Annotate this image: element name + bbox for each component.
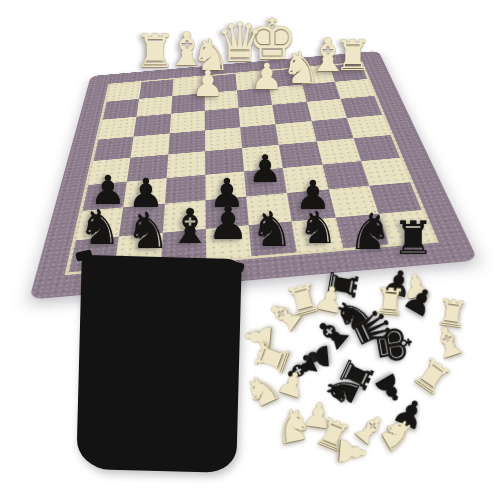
pile-piece-black-pawn: ♟ xyxy=(367,365,413,411)
pile-piece-black-knight: ♞ xyxy=(324,286,380,342)
board-square xyxy=(166,151,205,178)
pile-piece-white-bishop: ♝ xyxy=(256,288,312,344)
piece-white-rook: ♜ xyxy=(132,28,178,74)
pile-piece-black-pawn: ♟ xyxy=(386,390,434,438)
pile-piece-black-knight: ♞ xyxy=(315,363,368,416)
pile-piece-white-rook: ♜ xyxy=(279,276,328,325)
pile-piece-white-pawn: ♟ xyxy=(332,432,371,471)
pile-piece-white-rook: ♜ xyxy=(246,332,297,383)
pile-piece-white-pawn: ♟ xyxy=(299,395,337,433)
board-square xyxy=(162,200,205,232)
board-square xyxy=(242,145,283,171)
pile-piece-black-king: ♚ xyxy=(367,319,420,372)
pile-piece-white-rook: ♜ xyxy=(404,348,460,404)
pile-piece-black-pawn: ♟ xyxy=(397,277,443,323)
board-square xyxy=(249,221,297,256)
board-square xyxy=(205,197,248,229)
storage-bag xyxy=(76,255,242,473)
board-frame-line xyxy=(65,62,439,276)
pile-piece-black-queen: ♛ xyxy=(341,299,402,360)
pile-piece-white-knight: ♞ xyxy=(267,400,319,452)
pile-piece-white-rook: ♜ xyxy=(370,282,409,321)
board-square xyxy=(361,157,410,185)
board-square xyxy=(164,174,205,203)
pile-piece-black-bishop: ♝ xyxy=(277,344,327,394)
product-photo-scene: ♜♝♞♛♚♞♝♜♟♟♟♟♟♟♟♞♞♝♟♞♞♞♜ ♜♟♝♟♜♞♟♞♟♜♟♝♞♜♝♜… xyxy=(0,0,500,500)
pile-piece-black-bishop: ♝ xyxy=(304,306,360,362)
board-square xyxy=(76,207,123,240)
pile-piece-white-pawn: ♟ xyxy=(272,363,312,403)
board-square xyxy=(246,193,292,225)
board-square xyxy=(369,182,421,213)
pile-piece-white-pawn: ♟ xyxy=(240,318,277,355)
board-square xyxy=(123,178,166,207)
board-square xyxy=(244,168,287,197)
pile-piece-white-bishop: ♝ xyxy=(423,317,473,367)
pile-piece-white-pawn: ♟ xyxy=(397,267,434,304)
pile-piece-white-pawn: ♟ xyxy=(310,279,350,319)
pile-piece-white-knight: ♞ xyxy=(371,407,426,462)
board-square xyxy=(292,217,343,252)
board-square xyxy=(206,225,252,260)
pile-piece-black-rook: ♜ xyxy=(331,350,381,400)
pile-piece-white-rook: ♜ xyxy=(308,410,357,459)
pile-piece-white-rook: ♜ xyxy=(432,293,473,334)
board-square xyxy=(205,171,246,200)
board-square xyxy=(378,210,434,245)
board-square xyxy=(82,181,127,211)
board-square xyxy=(119,204,164,236)
pile-piece-white-knight: ♞ xyxy=(235,363,288,416)
board-square xyxy=(287,189,335,221)
pile-piece-white-bishop: ♝ xyxy=(343,402,397,456)
chess-board xyxy=(69,63,434,272)
board-square xyxy=(283,164,328,193)
pile-piece-black-pawn: ♟ xyxy=(298,338,335,375)
